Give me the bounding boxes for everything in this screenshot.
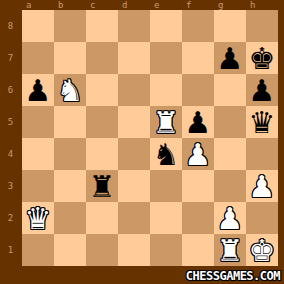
square-c3[interactable]: ♜ bbox=[86, 170, 118, 202]
square-g7[interactable]: ♟ bbox=[214, 42, 246, 74]
rank-label-1: 1 bbox=[3, 234, 18, 266]
square-c5[interactable] bbox=[86, 106, 118, 138]
square-d4[interactable] bbox=[118, 138, 150, 170]
square-c7[interactable] bbox=[86, 42, 118, 74]
white-pawn: ♟ bbox=[214, 202, 246, 234]
file-label-a: a bbox=[22, 0, 54, 10]
chess-diagram: abcdefgh 87654321 ♟♚♟♞♟♜♟♛♞♟♜♟♛♟♜♚ CHESS… bbox=[0, 0, 284, 284]
rank-label-5: 5 bbox=[3, 106, 18, 138]
square-b6[interactable]: ♞ bbox=[54, 74, 86, 106]
square-f6[interactable] bbox=[182, 74, 214, 106]
file-label-d: d bbox=[118, 0, 150, 10]
square-g8[interactable] bbox=[214, 10, 246, 42]
square-d5[interactable] bbox=[118, 106, 150, 138]
square-h6[interactable]: ♟ bbox=[246, 74, 278, 106]
rank-label-3: 3 bbox=[3, 170, 18, 202]
square-d7[interactable] bbox=[118, 42, 150, 74]
square-g5[interactable] bbox=[214, 106, 246, 138]
rank-label-8: 8 bbox=[3, 10, 18, 42]
square-e3[interactable] bbox=[150, 170, 182, 202]
square-f1[interactable] bbox=[182, 234, 214, 266]
square-a8[interactable] bbox=[22, 10, 54, 42]
square-d6[interactable] bbox=[118, 74, 150, 106]
rank-label-7: 7 bbox=[3, 42, 18, 74]
square-a6[interactable]: ♟ bbox=[22, 74, 54, 106]
file-label-e: e bbox=[150, 0, 182, 10]
square-d2[interactable] bbox=[118, 202, 150, 234]
black-king: ♚ bbox=[246, 42, 278, 74]
square-d3[interactable] bbox=[118, 170, 150, 202]
square-a5[interactable] bbox=[22, 106, 54, 138]
rank-label-6: 6 bbox=[3, 74, 18, 106]
square-a3[interactable] bbox=[22, 170, 54, 202]
square-g2[interactable]: ♟ bbox=[214, 202, 246, 234]
square-e4[interactable]: ♞ bbox=[150, 138, 182, 170]
white-pawn: ♟ bbox=[246, 170, 278, 202]
file-label-g: g bbox=[214, 0, 246, 10]
square-c2[interactable] bbox=[86, 202, 118, 234]
square-e1[interactable] bbox=[150, 234, 182, 266]
square-c4[interactable] bbox=[86, 138, 118, 170]
square-a7[interactable] bbox=[22, 42, 54, 74]
black-knight: ♞ bbox=[150, 138, 182, 170]
square-h4[interactable] bbox=[246, 138, 278, 170]
square-g4[interactable] bbox=[214, 138, 246, 170]
square-b5[interactable] bbox=[54, 106, 86, 138]
square-f2[interactable] bbox=[182, 202, 214, 234]
square-g1[interactable]: ♜ bbox=[214, 234, 246, 266]
square-d8[interactable] bbox=[118, 10, 150, 42]
black-pawn: ♟ bbox=[214, 42, 246, 74]
black-pawn: ♟ bbox=[22, 74, 54, 106]
square-c6[interactable] bbox=[86, 74, 118, 106]
file-label-h: h bbox=[246, 0, 278, 10]
square-f5[interactable]: ♟ bbox=[182, 106, 214, 138]
white-knight: ♞ bbox=[54, 74, 86, 106]
square-c1[interactable] bbox=[86, 234, 118, 266]
square-f8[interactable] bbox=[182, 10, 214, 42]
square-a1[interactable] bbox=[22, 234, 54, 266]
square-h2[interactable] bbox=[246, 202, 278, 234]
square-b1[interactable] bbox=[54, 234, 86, 266]
white-rook: ♜ bbox=[150, 106, 182, 138]
white-queen: ♛ bbox=[22, 202, 54, 234]
white-king: ♚ bbox=[246, 234, 278, 266]
square-b4[interactable] bbox=[54, 138, 86, 170]
square-b7[interactable] bbox=[54, 42, 86, 74]
file-label-f: f bbox=[182, 0, 214, 10]
black-pawn: ♟ bbox=[182, 106, 214, 138]
site-watermark: CHESSGAMES.COM bbox=[186, 269, 280, 283]
square-a4[interactable] bbox=[22, 138, 54, 170]
black-rook: ♜ bbox=[86, 170, 118, 202]
file-label-b: b bbox=[54, 0, 86, 10]
square-b8[interactable] bbox=[54, 10, 86, 42]
square-g3[interactable] bbox=[214, 170, 246, 202]
black-pawn: ♟ bbox=[246, 74, 278, 106]
square-h7[interactable]: ♚ bbox=[246, 42, 278, 74]
square-d1[interactable] bbox=[118, 234, 150, 266]
white-pawn: ♟ bbox=[182, 138, 214, 170]
square-f7[interactable] bbox=[182, 42, 214, 74]
chess-board: ♟♚♟♞♟♜♟♛♞♟♜♟♛♟♜♚ bbox=[22, 10, 278, 266]
square-f4[interactable]: ♟ bbox=[182, 138, 214, 170]
rank-label-2: 2 bbox=[3, 202, 18, 234]
square-e8[interactable] bbox=[150, 10, 182, 42]
black-queen: ♛ bbox=[246, 106, 278, 138]
square-e6[interactable] bbox=[150, 74, 182, 106]
square-a2[interactable]: ♛ bbox=[22, 202, 54, 234]
square-h3[interactable]: ♟ bbox=[246, 170, 278, 202]
white-rook: ♜ bbox=[214, 234, 246, 266]
square-e7[interactable] bbox=[150, 42, 182, 74]
rank-label-4: 4 bbox=[3, 138, 18, 170]
square-b3[interactable] bbox=[54, 170, 86, 202]
square-h8[interactable] bbox=[246, 10, 278, 42]
square-h1[interactable]: ♚ bbox=[246, 234, 278, 266]
square-b2[interactable] bbox=[54, 202, 86, 234]
square-g6[interactable] bbox=[214, 74, 246, 106]
file-label-c: c bbox=[86, 0, 118, 10]
square-e2[interactable] bbox=[150, 202, 182, 234]
square-c8[interactable] bbox=[86, 10, 118, 42]
square-h5[interactable]: ♛ bbox=[246, 106, 278, 138]
square-f3[interactable] bbox=[182, 170, 214, 202]
square-e5[interactable]: ♜ bbox=[150, 106, 182, 138]
